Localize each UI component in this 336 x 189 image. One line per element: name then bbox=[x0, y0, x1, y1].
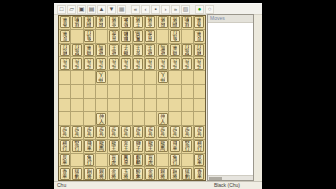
square-7-h[interactable] bbox=[120, 112, 131, 125]
piece-white-横行[interactable]: 横行 bbox=[194, 44, 204, 56]
piece-black-歩兵[interactable]: 歩兵 bbox=[121, 126, 131, 138]
piece-kanji: 子 bbox=[136, 146, 141, 151]
piece-black-歩兵[interactable]: 歩兵 bbox=[145, 126, 155, 138]
piece-black-奔王[interactable]: 奔王 bbox=[121, 140, 131, 152]
piece-black-歩兵[interactable]: 歩兵 bbox=[72, 126, 82, 138]
square-1-a[interactable]: 香車 bbox=[194, 16, 205, 29]
square-10-c[interactable]: 飛車 bbox=[84, 44, 95, 57]
piece-white-金将[interactable]: 金将 bbox=[109, 16, 119, 28]
piece-kanji: 将 bbox=[99, 174, 104, 179]
square-9-g[interactable] bbox=[96, 99, 107, 112]
square-10-d[interactable]: 歩兵 bbox=[84, 57, 95, 70]
piece-black-横行[interactable]: 横行 bbox=[60, 140, 70, 152]
square-5-e[interactable] bbox=[145, 71, 156, 84]
piece-black-仲人[interactable]: 仲人 bbox=[96, 113, 106, 125]
square-12-j[interactable]: 横行 bbox=[59, 140, 70, 153]
piece-white-麒麟[interactable]: 麒麟 bbox=[121, 30, 131, 42]
piece-black-歩兵[interactable]: 歩兵 bbox=[60, 126, 70, 138]
square-7-f[interactable] bbox=[120, 85, 131, 98]
square-7-c[interactable]: 獅子 bbox=[120, 44, 131, 57]
piece-black-銀将[interactable]: 銀将 bbox=[158, 168, 168, 180]
piece-kanji: 兵 bbox=[87, 59, 92, 64]
square-3-j[interactable]: 飛車 bbox=[169, 140, 180, 153]
piece-white-歩兵[interactable]: 歩兵 bbox=[109, 58, 119, 70]
square-7-d[interactable]: 歩兵 bbox=[120, 57, 131, 70]
piece-kanji: 将 bbox=[160, 174, 165, 179]
piece-white-歩兵[interactable]: 歩兵 bbox=[158, 58, 168, 70]
piece-black-反車[interactable]: 反車 bbox=[194, 154, 204, 166]
square-4-g[interactable] bbox=[157, 99, 168, 112]
piece-kanji: 兵 bbox=[74, 132, 79, 137]
square-7-g[interactable] bbox=[120, 99, 131, 112]
piece-white-飛車[interactable]: 飛車 bbox=[170, 44, 180, 56]
piece-white-歩兵[interactable]: 歩兵 bbox=[170, 58, 180, 70]
piece-kanji: 兵 bbox=[87, 132, 92, 137]
square-9-d[interactable]: 歩兵 bbox=[96, 57, 107, 70]
piece-white-奔王[interactable]: 奔王 bbox=[133, 44, 143, 56]
piece-black-歩兵[interactable]: 歩兵 bbox=[182, 126, 192, 138]
square-12-c[interactable]: 横行 bbox=[59, 44, 70, 57]
piece-kanji: 豹 bbox=[185, 174, 190, 179]
piece-black-横行[interactable]: 横行 bbox=[194, 140, 204, 152]
square-3-f[interactable] bbox=[169, 85, 180, 98]
piece-white-竪行[interactable]: 竪行 bbox=[72, 44, 82, 56]
step-back-icon[interactable]: ‹ bbox=[141, 5, 150, 14]
piece-white-歩兵[interactable]: 歩兵 bbox=[60, 58, 70, 70]
square-4-d[interactable]: 歩兵 bbox=[157, 57, 168, 70]
piece-white-角行[interactable]: 角行 bbox=[84, 30, 94, 42]
piece-kanji: 車 bbox=[62, 174, 67, 179]
piece-white-獅子[interactable]: 獅子 bbox=[121, 44, 131, 56]
square-11-h[interactable] bbox=[71, 112, 82, 125]
piece-white-猛豹[interactable]: 猛豹 bbox=[72, 16, 82, 28]
piece-white-香車[interactable]: 香車 bbox=[194, 16, 204, 28]
analyze-icon[interactable]: ▧ bbox=[181, 5, 190, 14]
square-2-k[interactable] bbox=[182, 154, 193, 167]
square-6-h[interactable] bbox=[133, 112, 144, 125]
square-7-k[interactable]: 鳳凰 bbox=[120, 154, 131, 167]
piece-black-鳳凰[interactable]: 鳳凰 bbox=[121, 154, 131, 166]
piece-white-竪行[interactable]: 竪行 bbox=[182, 44, 192, 56]
square-10-i[interactable]: 歩兵 bbox=[84, 126, 95, 139]
square-4-l[interactable]: 銀将 bbox=[157, 167, 168, 180]
piece-white-銅将[interactable]: 銅将 bbox=[84, 16, 94, 28]
square-3-b[interactable]: 角行 bbox=[169, 30, 180, 43]
piece-black-銅将[interactable]: 銅将 bbox=[170, 168, 180, 180]
square-5-k[interactable]: 盲虎 bbox=[145, 154, 156, 167]
piece-black-麒麟[interactable]: 麒麟 bbox=[133, 154, 143, 166]
square-6-f[interactable] bbox=[133, 85, 144, 98]
piece-white-横行[interactable]: 横行 bbox=[60, 44, 70, 56]
piece-white-歩兵[interactable]: 歩兵 bbox=[72, 58, 82, 70]
go-last-move-icon[interactable]: » bbox=[171, 5, 180, 14]
piece-black-歩兵[interactable]: 歩兵 bbox=[84, 126, 94, 138]
piece-white-反車[interactable]: 反車 bbox=[60, 30, 70, 42]
piece-kanji: 横 bbox=[197, 50, 202, 55]
piece-white-歩兵[interactable]: 歩兵 bbox=[145, 58, 155, 70]
piece-kanji: 歩 bbox=[62, 64, 67, 69]
square-1-b[interactable]: 反車 bbox=[194, 30, 205, 43]
piece-white-仲人[interactable]: 仲人 bbox=[96, 71, 106, 83]
piece-black-歩兵[interactable]: 歩兵 bbox=[96, 126, 106, 138]
piece-black-猛豹[interactable]: 猛豹 bbox=[182, 168, 192, 180]
square-5-a[interactable]: 金将 bbox=[145, 16, 156, 29]
go-first-move-icon[interactable]: « bbox=[131, 5, 140, 14]
save-icon[interactable]: ▣ bbox=[77, 5, 86, 14]
square-12-h[interactable] bbox=[59, 112, 70, 125]
square-8-c[interactable]: 龍王 bbox=[108, 44, 119, 57]
piece-black-猛豹[interactable]: 猛豹 bbox=[72, 168, 82, 180]
piece-black-仲人[interactable]: 仲人 bbox=[158, 113, 168, 125]
piece-kanji: 車 bbox=[197, 31, 202, 36]
square-1-k[interactable]: 反車 bbox=[194, 154, 205, 167]
piece-white-歩兵[interactable]: 歩兵 bbox=[121, 58, 131, 70]
piece-white-飛車[interactable]: 飛車 bbox=[84, 44, 94, 56]
piece-black-盲虎[interactable]: 盲虎 bbox=[145, 154, 155, 166]
square-9-f[interactable] bbox=[96, 85, 107, 98]
piece-kanji: 車 bbox=[172, 146, 177, 151]
square-11-e[interactable] bbox=[71, 71, 82, 84]
piece-black-竪行[interactable]: 竪行 bbox=[72, 140, 82, 152]
square-4-c[interactable]: 龍馬 bbox=[157, 44, 168, 57]
square-6-l[interactable]: 酔象 bbox=[133, 167, 144, 180]
square-10-g[interactable] bbox=[84, 99, 95, 112]
square-4-e[interactable]: 仲人 bbox=[157, 71, 168, 84]
square-4-a[interactable]: 銀将 bbox=[157, 16, 168, 29]
square-5-b[interactable]: 盲虎 bbox=[145, 30, 156, 43]
piece-white-角行[interactable]: 角行 bbox=[170, 30, 180, 42]
square-1-f[interactable] bbox=[194, 85, 205, 98]
square-11-i[interactable]: 歩兵 bbox=[71, 126, 82, 139]
square-3-g[interactable] bbox=[169, 99, 180, 112]
square-9-h[interactable]: 仲人 bbox=[96, 112, 107, 125]
engine-go-icon[interactable]: ● bbox=[195, 5, 204, 14]
piece-white-王将[interactable]: 王将 bbox=[133, 16, 143, 28]
piece-black-金将[interactable]: 金将 bbox=[109, 168, 119, 180]
piece-kanji: 車 bbox=[197, 160, 202, 165]
copy-position-icon[interactable]: ▤ bbox=[87, 5, 96, 14]
square-6-i[interactable]: 歩兵 bbox=[133, 126, 144, 139]
piece-kanji: 銀 bbox=[99, 22, 104, 27]
square-10-k[interactable]: 角行 bbox=[84, 154, 95, 167]
square-10-j[interactable]: 飛車 bbox=[84, 140, 95, 153]
hscrollbar-thumb[interactable] bbox=[209, 177, 222, 180]
square-1-h[interactable] bbox=[194, 112, 205, 125]
square-5-j[interactable]: 龍王 bbox=[145, 140, 156, 153]
piece-kanji: 行 bbox=[74, 146, 79, 151]
square-5-f[interactable] bbox=[145, 85, 156, 98]
square-11-l[interactable]: 猛豹 bbox=[71, 167, 82, 180]
piece-kanji: 兵 bbox=[136, 132, 141, 137]
piece-black-歩兵[interactable]: 歩兵 bbox=[109, 126, 119, 138]
options-dropdown-icon[interactable]: ▼ bbox=[107, 5, 116, 14]
square-12-g[interactable] bbox=[59, 99, 70, 112]
square-5-l[interactable]: 金将 bbox=[145, 167, 156, 180]
piece-kanji: 飛 bbox=[172, 50, 177, 55]
square-5-h[interactable] bbox=[145, 112, 156, 125]
square-12-k[interactable]: 反車 bbox=[59, 154, 70, 167]
piece-white-銅将[interactable]: 銅将 bbox=[170, 16, 180, 28]
piece-black-角行[interactable]: 角行 bbox=[84, 154, 94, 166]
piece-black-龍王[interactable]: 龍王 bbox=[145, 140, 155, 152]
piece-kanji: 虎 bbox=[148, 160, 153, 165]
piece-black-銅将[interactable]: 銅将 bbox=[84, 168, 94, 180]
square-4-k[interactable] bbox=[157, 154, 168, 167]
square-12-i[interactable]: 歩兵 bbox=[59, 126, 70, 139]
square-10-l[interactable]: 銅将 bbox=[84, 167, 95, 180]
piece-white-龍王[interactable]: 龍王 bbox=[109, 44, 119, 56]
square-9-a[interactable]: 銀将 bbox=[96, 16, 107, 29]
piece-kanji: 将 bbox=[148, 174, 153, 179]
square-2-i[interactable]: 歩兵 bbox=[182, 126, 193, 139]
open-icon[interactable]: ▱ bbox=[67, 5, 76, 14]
piece-black-竪行[interactable]: 竪行 bbox=[182, 140, 192, 152]
square-9-k[interactable] bbox=[96, 154, 107, 167]
square-8-h[interactable] bbox=[108, 112, 119, 125]
square-11-g[interactable] bbox=[71, 99, 82, 112]
square-2-d[interactable]: 歩兵 bbox=[182, 57, 193, 70]
square-4-h[interactable]: 仲人 bbox=[157, 112, 168, 125]
square-8-i[interactable]: 歩兵 bbox=[108, 126, 119, 139]
piece-kanji: 象 bbox=[136, 174, 141, 179]
piece-white-猛豹[interactable]: 猛豹 bbox=[182, 16, 192, 28]
square-1-e[interactable] bbox=[194, 71, 205, 84]
square-9-c[interactable]: 龍馬 bbox=[96, 44, 107, 57]
square-5-i[interactable]: 歩兵 bbox=[145, 126, 156, 139]
square-7-b[interactable]: 麒麟 bbox=[120, 30, 131, 43]
square-10-e[interactable] bbox=[84, 71, 95, 84]
square-12-b[interactable]: 反車 bbox=[59, 30, 70, 43]
piece-black-金将[interactable]: 金将 bbox=[145, 168, 155, 180]
piece-black-龍馬[interactable]: 龍馬 bbox=[96, 140, 106, 152]
piece-kanji: 兵 bbox=[99, 59, 104, 64]
piece-kanji: 豹 bbox=[185, 17, 190, 22]
piece-kanji: 銅 bbox=[172, 22, 177, 27]
square-1-l[interactable]: 香車 bbox=[194, 167, 205, 180]
square-2-l[interactable]: 猛豹 bbox=[182, 167, 193, 180]
piece-black-獅子[interactable]: 獅子 bbox=[133, 140, 143, 152]
square-6-g[interactable] bbox=[133, 99, 144, 112]
square-6-j[interactable]: 獅子 bbox=[133, 140, 144, 153]
piece-kanji: 龍 bbox=[160, 50, 165, 55]
piece-kanji: 歩 bbox=[136, 64, 141, 69]
square-9-j[interactable]: 龍馬 bbox=[96, 140, 107, 153]
piece-white-仲人[interactable]: 仲人 bbox=[158, 71, 168, 83]
square-3-l[interactable]: 銅将 bbox=[169, 167, 180, 180]
square-1-i[interactable]: 歩兵 bbox=[194, 126, 205, 139]
square-11-k[interactable] bbox=[71, 154, 82, 167]
square-8-d[interactable]: 歩兵 bbox=[108, 57, 119, 70]
piece-kanji: 歩 bbox=[87, 64, 92, 69]
square-2-h[interactable] bbox=[182, 112, 193, 125]
piece-kanji: 猛 bbox=[185, 22, 190, 27]
piece-black-歩兵[interactable]: 歩兵 bbox=[133, 126, 143, 138]
piece-white-歩兵[interactable]: 歩兵 bbox=[96, 58, 106, 70]
square-7-a[interactable]: 酔象 bbox=[120, 16, 131, 29]
square-9-b[interactable] bbox=[96, 30, 107, 43]
square-8-e[interactable] bbox=[108, 71, 119, 84]
square-7-i[interactable]: 歩兵 bbox=[120, 126, 131, 139]
piece-black-歩兵[interactable]: 歩兵 bbox=[194, 126, 204, 138]
piece-white-歩兵[interactable]: 歩兵 bbox=[194, 58, 204, 70]
square-6-c[interactable]: 奔王 bbox=[133, 44, 144, 57]
board-setup-icon[interactable]: ▦ bbox=[117, 5, 126, 14]
square-6-b[interactable]: 鳳凰 bbox=[133, 30, 144, 43]
square-8-l[interactable]: 金将 bbox=[108, 167, 119, 180]
piece-black-歩兵[interactable]: 歩兵 bbox=[170, 126, 180, 138]
piece-kanji: 歩 bbox=[148, 64, 153, 69]
square-10-f[interactable] bbox=[84, 85, 95, 98]
square-12-d[interactable]: 歩兵 bbox=[59, 57, 70, 70]
piece-white-盲虎[interactable]: 盲虎 bbox=[109, 30, 119, 42]
piece-black-龍王[interactable]: 龍王 bbox=[109, 140, 119, 152]
piece-white-歩兵[interactable]: 歩兵 bbox=[84, 58, 94, 70]
piece-kanji: 角 bbox=[172, 36, 177, 41]
flip-board-icon[interactable]: ▲ bbox=[97, 5, 106, 14]
shogi-board[interactable]: 香車猛豹銅将銀将金将酔象王将金将銀将銅将猛豹香車反車角行盲虎麒麟鳳凰盲虎角行反車… bbox=[59, 16, 205, 180]
new-icon[interactable]: □ bbox=[57, 5, 66, 14]
square-11-d[interactable]: 歩兵 bbox=[71, 57, 82, 70]
square-1-c[interactable]: 横行 bbox=[194, 44, 205, 57]
square-7-l[interactable]: 玉将 bbox=[120, 167, 131, 180]
square-4-j[interactable]: 龍馬 bbox=[157, 140, 168, 153]
square-11-a[interactable]: 猛豹 bbox=[71, 16, 82, 29]
square-4-i[interactable]: 歩兵 bbox=[157, 126, 168, 139]
square-12-f[interactable] bbox=[59, 85, 70, 98]
square-1-g[interactable] bbox=[194, 99, 205, 112]
piece-white-盲虎[interactable]: 盲虎 bbox=[145, 30, 155, 42]
piece-white-金将[interactable]: 金将 bbox=[145, 16, 155, 28]
square-9-e[interactable]: 仲人 bbox=[96, 71, 107, 84]
piece-kanji: 麟 bbox=[123, 31, 128, 36]
square-8-j[interactable]: 龍王 bbox=[108, 140, 119, 153]
piece-kanji: 行 bbox=[62, 146, 67, 151]
square-6-d[interactable]: 歩兵 bbox=[133, 57, 144, 70]
piece-white-歩兵[interactable]: 歩兵 bbox=[182, 58, 192, 70]
square-3-k[interactable]: 角行 bbox=[169, 154, 180, 167]
square-12-a[interactable]: 香車 bbox=[59, 16, 70, 29]
square-7-j[interactable]: 奔王 bbox=[120, 140, 131, 153]
piece-white-銀将[interactable]: 銀将 bbox=[158, 16, 168, 28]
square-3-i[interactable]: 歩兵 bbox=[169, 126, 180, 139]
square-3-a[interactable]: 銅将 bbox=[169, 16, 180, 29]
piece-black-香車[interactable]: 香車 bbox=[194, 168, 204, 180]
piece-white-鳳凰[interactable]: 鳳凰 bbox=[133, 30, 143, 42]
square-11-j[interactable]: 竪行 bbox=[71, 140, 82, 153]
piece-kanji: 兵 bbox=[62, 59, 67, 64]
piece-kanji: 龍 bbox=[99, 50, 104, 55]
square-8-k[interactable]: 盲虎 bbox=[108, 154, 119, 167]
piece-kanji: 行 bbox=[87, 31, 92, 36]
piece-black-玉将[interactable]: 玉将 bbox=[121, 168, 131, 180]
piece-kanji: 兵 bbox=[148, 132, 153, 137]
piece-black-香車[interactable]: 香車 bbox=[60, 168, 70, 180]
square-8-a[interactable]: 金将 bbox=[108, 16, 119, 29]
square-5-c[interactable]: 龍王 bbox=[145, 44, 156, 57]
piece-white-香車[interactable]: 香車 bbox=[60, 16, 70, 28]
square-5-d[interactable]: 歩兵 bbox=[145, 57, 156, 70]
square-1-d[interactable]: 歩兵 bbox=[194, 57, 205, 70]
piece-white-龍馬[interactable]: 龍馬 bbox=[158, 44, 168, 56]
square-7-e[interactable] bbox=[120, 71, 131, 84]
piece-kanji: 凰 bbox=[136, 31, 141, 36]
piece-kanji: 車 bbox=[62, 17, 67, 22]
piece-kanji: 金 bbox=[148, 22, 153, 27]
engine-stop-icon[interactable]: ○ bbox=[205, 5, 214, 14]
move-list-panel[interactable]: Moves bbox=[207, 14, 254, 181]
square-3-e[interactable] bbox=[169, 71, 180, 84]
square-10-b[interactable]: 角行 bbox=[84, 30, 95, 43]
piece-kanji: 車 bbox=[87, 45, 92, 50]
square-8-b[interactable]: 盲虎 bbox=[108, 30, 119, 43]
piece-black-龍馬[interactable]: 龍馬 bbox=[158, 140, 168, 152]
piece-kanji: 歩 bbox=[172, 64, 177, 69]
square-2-g[interactable] bbox=[182, 99, 193, 112]
piece-black-反車[interactable]: 反車 bbox=[60, 154, 70, 166]
move-list[interactable] bbox=[208, 23, 253, 173]
piece-kanji: 王 bbox=[136, 22, 141, 27]
piece-black-飛車[interactable]: 飛車 bbox=[84, 140, 94, 152]
square-2-c[interactable]: 竪行 bbox=[182, 44, 193, 57]
piece-white-酔象[interactable]: 酔象 bbox=[121, 16, 131, 28]
square-5-g[interactable] bbox=[145, 99, 156, 112]
piece-white-歩兵[interactable]: 歩兵 bbox=[133, 58, 143, 70]
square-4-b[interactable] bbox=[157, 30, 168, 43]
square-11-f[interactable] bbox=[71, 85, 82, 98]
piece-kanji: 王 bbox=[111, 146, 116, 151]
piece-white-反車[interactable]: 反車 bbox=[194, 30, 204, 42]
square-10-h[interactable] bbox=[84, 112, 95, 125]
step-forward-icon[interactable]: › bbox=[161, 5, 170, 14]
square-6-e[interactable] bbox=[133, 71, 144, 84]
square-2-f[interactable] bbox=[182, 85, 193, 98]
square-12-l[interactable]: 香車 bbox=[59, 167, 70, 180]
move-list-hscrollbar[interactable] bbox=[208, 175, 253, 180]
square-11-c[interactable]: 竪行 bbox=[71, 44, 82, 57]
piece-white-龍王[interactable]: 龍王 bbox=[145, 44, 155, 56]
piece-black-歩兵[interactable]: 歩兵 bbox=[158, 126, 168, 138]
piece-black-角行[interactable]: 角行 bbox=[170, 154, 180, 166]
square-2-a[interactable]: 猛豹 bbox=[182, 16, 193, 29]
square-9-i[interactable]: 歩兵 bbox=[96, 126, 107, 139]
square-8-g[interactable] bbox=[108, 99, 119, 112]
square-10-a[interactable]: 銅将 bbox=[84, 16, 95, 29]
square-11-b[interactable] bbox=[71, 30, 82, 43]
square-3-h[interactable] bbox=[169, 112, 180, 125]
piece-black-銀将[interactable]: 銀将 bbox=[96, 168, 106, 180]
piece-kanji: 兵 bbox=[172, 59, 177, 64]
square-6-a[interactable]: 王将 bbox=[133, 16, 144, 29]
square-12-e[interactable] bbox=[59, 71, 70, 84]
square-9-l[interactable]: 銀将 bbox=[96, 167, 107, 180]
square-6-k[interactable]: 麒麟 bbox=[133, 154, 144, 167]
piece-white-銀将[interactable]: 銀将 bbox=[96, 16, 106, 28]
piece-kanji: 豹 bbox=[74, 174, 79, 179]
square-2-j[interactable]: 竪行 bbox=[182, 140, 193, 153]
square-3-c[interactable]: 飛車 bbox=[169, 44, 180, 57]
square-2-b[interactable] bbox=[182, 30, 193, 43]
piece-black-盲虎[interactable]: 盲虎 bbox=[109, 154, 119, 166]
piece-white-龍馬[interactable]: 龍馬 bbox=[96, 44, 106, 56]
square-1-j[interactable]: 横行 bbox=[194, 140, 205, 153]
piece-black-飛車[interactable]: 飛車 bbox=[170, 140, 180, 152]
piece-black-酔象[interactable]: 酔象 bbox=[133, 168, 143, 180]
square-2-e[interactable] bbox=[182, 71, 193, 84]
square-4-f[interactable] bbox=[157, 85, 168, 98]
stop-icon[interactable]: ▪ bbox=[151, 5, 160, 14]
square-3-d[interactable]: 歩兵 bbox=[169, 57, 180, 70]
square-8-f[interactable] bbox=[108, 85, 119, 98]
